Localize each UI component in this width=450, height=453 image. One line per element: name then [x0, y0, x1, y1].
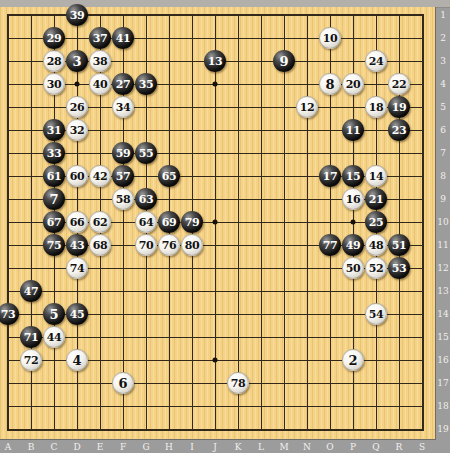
column-label-B: B: [28, 442, 35, 452]
stone-white-58[interactable]: 58: [112, 188, 134, 210]
row-label-3: 3: [440, 56, 446, 66]
stone-white-18[interactable]: 18: [365, 96, 387, 118]
star-point: [213, 82, 218, 87]
stone-move-number: 13: [208, 56, 222, 67]
stone-move-number: 11: [346, 125, 360, 136]
column-label-S: S: [419, 442, 425, 452]
stone-move-number: 2: [348, 354, 357, 367]
stone-move-number: 21: [369, 194, 383, 205]
stone-black-47[interactable]: 47: [20, 280, 42, 302]
stone-white-62[interactable]: 62: [89, 211, 111, 233]
stone-black-29[interactable]: 29: [43, 27, 65, 49]
stone-white-4[interactable]: 4: [66, 349, 88, 371]
stone-black-61[interactable]: 61: [43, 165, 65, 187]
stone-white-54[interactable]: 54: [365, 303, 387, 325]
stone-move-number: 49: [346, 240, 360, 251]
stone-white-42[interactable]: 42: [89, 165, 111, 187]
stone-move-number: 26: [70, 102, 84, 113]
stone-move-number: 10: [323, 33, 337, 44]
row-label-1: 1: [440, 10, 446, 20]
stone-white-40[interactable]: 40: [89, 73, 111, 95]
stone-move-number: 22: [392, 79, 406, 90]
stone-move-number: 20: [346, 79, 360, 90]
stone-move-number: 23: [392, 125, 406, 136]
stone-move-number: 57: [116, 171, 130, 182]
stone-move-number: 73: [1, 309, 15, 320]
column-label-I: I: [190, 442, 194, 452]
row-label-7: 7: [440, 148, 446, 158]
stone-black-65[interactable]: 65: [158, 165, 180, 187]
stone-black-13[interactable]: 13: [204, 50, 226, 72]
stone-move-number: 40: [93, 79, 107, 90]
stone-white-76[interactable]: 76: [158, 234, 180, 256]
stone-move-number: 27: [116, 79, 130, 90]
stone-black-15[interactable]: 15: [342, 165, 364, 187]
column-label-O: O: [326, 442, 333, 452]
column-label-K: K: [235, 442, 242, 452]
star-point: [75, 82, 80, 87]
stone-move-number: 60: [70, 171, 84, 182]
row-label-13: 13: [437, 286, 448, 296]
column-label-R: R: [396, 442, 403, 452]
stone-black-23[interactable]: 23: [388, 119, 410, 141]
stone-black-41[interactable]: 41: [112, 27, 134, 49]
row-label-11: 11: [437, 240, 448, 250]
stone-black-33[interactable]: 33: [43, 142, 65, 164]
stone-move-number: 5: [49, 308, 58, 321]
star-point: [351, 220, 356, 225]
row-label-8: 8: [440, 171, 446, 181]
stone-move-number: 8: [325, 78, 334, 91]
row-label-4: 4: [440, 79, 446, 89]
column-label-C: C: [51, 442, 58, 452]
stone-move-number: 32: [70, 125, 84, 136]
goban[interactable]: 2345678910111213141516171819202122232425…: [0, 7, 436, 440]
stone-move-number: 44: [47, 332, 61, 343]
stone-white-78[interactable]: 78: [227, 372, 249, 394]
stone-white-44[interactable]: 44: [43, 326, 65, 348]
stone-black-75[interactable]: 75: [43, 234, 65, 256]
stone-move-number: 4: [72, 354, 81, 367]
stone-white-16[interactable]: 16: [342, 188, 364, 210]
stone-white-52[interactable]: 52: [365, 257, 387, 279]
stone-white-70[interactable]: 70: [135, 234, 157, 256]
stone-move-number: 37: [93, 33, 107, 44]
stone-black-55[interactable]: 55: [135, 142, 157, 164]
stone-move-number: 33: [47, 148, 61, 159]
stone-move-number: 76: [162, 240, 176, 251]
stone-white-50[interactable]: 50: [342, 257, 364, 279]
stone-move-number: 48: [369, 240, 383, 251]
row-label-18: 18: [437, 401, 448, 411]
row-label-5: 5: [440, 102, 446, 112]
stone-black-25[interactable]: 25: [365, 211, 387, 233]
column-label-E: E: [97, 442, 104, 452]
stone-move-number: 71: [24, 332, 38, 343]
stone-white-60[interactable]: 60: [66, 165, 88, 187]
stone-move-number: 74: [70, 263, 84, 274]
row-label-16: 16: [437, 355, 448, 365]
stone-move-number: 24: [369, 56, 383, 67]
stone-move-number: 79: [185, 217, 199, 228]
column-label-P: P: [350, 442, 356, 452]
stone-white-64[interactable]: 64: [135, 211, 157, 233]
stone-move-number: 78: [231, 378, 245, 389]
stone-move-number: 34: [116, 102, 130, 113]
stone-white-20[interactable]: 20: [342, 73, 364, 95]
column-label-H: H: [165, 442, 173, 452]
stone-white-72[interactable]: 72: [20, 349, 42, 371]
stone-black-77[interactable]: 77: [319, 234, 341, 256]
stone-black-7[interactable]: 7: [43, 188, 65, 210]
stone-move-number: 43: [70, 240, 84, 251]
stone-move-number: 39: [70, 10, 84, 21]
stone-black-49[interactable]: 49: [342, 234, 364, 256]
stone-black-27[interactable]: 27: [112, 73, 134, 95]
column-label-G: G: [142, 442, 149, 452]
stone-black-45[interactable]: 45: [66, 303, 88, 325]
stone-move-number: 65: [162, 171, 176, 182]
stone-move-number: 54: [369, 309, 383, 320]
column-label-N: N: [303, 442, 311, 452]
row-label-6: 6: [440, 125, 446, 135]
column-label-L: L: [258, 442, 264, 452]
stone-black-35[interactable]: 35: [135, 73, 157, 95]
stone-move-number: 59: [116, 148, 130, 159]
stone-move-number: 66: [70, 217, 84, 228]
stone-move-number: 25: [369, 217, 383, 228]
stone-black-69[interactable]: 69: [158, 211, 180, 233]
stone-black-63[interactable]: 63: [135, 188, 157, 210]
stone-move-number: 14: [369, 171, 383, 182]
stone-white-68[interactable]: 68: [89, 234, 111, 256]
stone-move-number: 28: [47, 56, 61, 67]
stone-move-number: 16: [346, 194, 360, 205]
row-label-10: 10: [437, 217, 448, 227]
stone-move-number: 30: [47, 79, 61, 90]
stone-move-number: 29: [47, 33, 61, 44]
stone-white-32[interactable]: 32: [66, 119, 88, 141]
stone-black-19[interactable]: 19: [388, 96, 410, 118]
stone-move-number: 18: [369, 102, 383, 113]
stone-move-number: 7: [49, 193, 58, 206]
stone-move-number: 45: [70, 309, 84, 320]
stone-move-number: 19: [392, 102, 406, 113]
stone-white-2[interactable]: 2: [342, 349, 364, 371]
stone-white-28[interactable]: 28: [43, 50, 65, 72]
column-label-M: M: [279, 442, 288, 452]
row-label-2: 2: [440, 33, 446, 43]
stone-move-number: 80: [185, 240, 199, 251]
stone-white-34[interactable]: 34: [112, 96, 134, 118]
stone-white-80[interactable]: 80: [181, 234, 203, 256]
stone-black-3[interactable]: 3: [66, 50, 88, 72]
row-label-14: 14: [437, 309, 448, 319]
row-label-17: 17: [437, 378, 448, 388]
stone-move-number: 63: [139, 194, 153, 205]
stone-white-66[interactable]: 66: [66, 211, 88, 233]
star-point: [213, 358, 218, 363]
stone-white-48[interactable]: 48: [365, 234, 387, 256]
row-label-15: 15: [437, 332, 448, 342]
stone-move-number: 9: [279, 55, 288, 68]
stone-move-number: 42: [93, 171, 107, 182]
stone-move-number: 38: [93, 56, 107, 67]
stone-white-12[interactable]: 12: [296, 96, 318, 118]
stone-black-67[interactable]: 67: [43, 211, 65, 233]
stone-black-37[interactable]: 37: [89, 27, 111, 49]
stone-move-number: 6: [118, 377, 127, 390]
stone-move-number: 50: [346, 263, 360, 274]
stone-move-number: 15: [346, 171, 360, 182]
stone-white-30[interactable]: 30: [43, 73, 65, 95]
stone-move-number: 51: [392, 240, 406, 251]
stone-move-number: 64: [139, 217, 153, 228]
stone-move-number: 12: [300, 102, 314, 113]
stone-move-number: 69: [162, 217, 176, 228]
stone-move-number: 53: [392, 263, 406, 274]
stone-move-number: 41: [116, 33, 130, 44]
stone-move-number: 77: [323, 240, 337, 251]
stone-white-6[interactable]: 6: [112, 372, 134, 394]
stone-white-22[interactable]: 22: [388, 73, 410, 95]
stone-black-31[interactable]: 31: [43, 119, 65, 141]
stone-white-26[interactable]: 26: [66, 96, 88, 118]
stone-black-21[interactable]: 21: [365, 188, 387, 210]
stone-black-9[interactable]: 9: [273, 50, 295, 72]
stone-move-number: 68: [93, 240, 107, 251]
stone-white-38[interactable]: 38: [89, 50, 111, 72]
stone-move-number: 55: [139, 148, 153, 159]
row-label-19: 19: [437, 424, 448, 434]
stone-white-8[interactable]: 8: [319, 73, 341, 95]
stone-move-number: 72: [24, 355, 38, 366]
star-point: [213, 220, 218, 225]
stone-move-number: 3: [72, 55, 81, 68]
stone-black-43[interactable]: 43: [66, 234, 88, 256]
row-label-9: 9: [440, 194, 446, 204]
column-label-F: F: [120, 442, 126, 452]
stone-move-number: 62: [93, 217, 107, 228]
stone-move-number: 67: [47, 217, 61, 228]
column-label-A: A: [5, 442, 12, 452]
stone-black-53[interactable]: 53: [388, 257, 410, 279]
stone-white-74[interactable]: 74: [66, 257, 88, 279]
stone-move-number: 75: [47, 240, 61, 251]
stone-black-59[interactable]: 59: [112, 142, 134, 164]
stone-white-24[interactable]: 24: [365, 50, 387, 72]
stone-move-number: 70: [139, 240, 153, 251]
stone-move-number: 47: [24, 286, 38, 297]
stone-black-5[interactable]: 5: [43, 303, 65, 325]
stone-black-17[interactable]: 17: [319, 165, 341, 187]
column-label-D: D: [73, 442, 80, 452]
column-label-Q: Q: [372, 442, 379, 452]
stone-black-57[interactable]: 57: [112, 165, 134, 187]
stone-black-79[interactable]: 79: [181, 211, 203, 233]
stone-white-10[interactable]: 10: [319, 27, 341, 49]
stone-move-number: 52: [369, 263, 383, 274]
stone-move-number: 17: [323, 171, 337, 182]
stone-black-51[interactable]: 51: [388, 234, 410, 256]
stone-move-number: 35: [139, 79, 153, 90]
stone-move-number: 61: [47, 171, 61, 182]
row-label-12: 12: [437, 263, 448, 273]
stone-move-number: 31: [47, 125, 61, 136]
stone-black-11[interactable]: 11: [342, 119, 364, 141]
go-diagram-window: 2345678910111213141516171819202122232425…: [0, 0, 450, 453]
stone-move-number: 58: [116, 194, 130, 205]
stone-white-14[interactable]: 14: [365, 165, 387, 187]
stone-black-71[interactable]: 71: [20, 326, 42, 348]
stone-black-39[interactable]: 39: [66, 4, 88, 26]
column-label-J: J: [213, 442, 217, 452]
